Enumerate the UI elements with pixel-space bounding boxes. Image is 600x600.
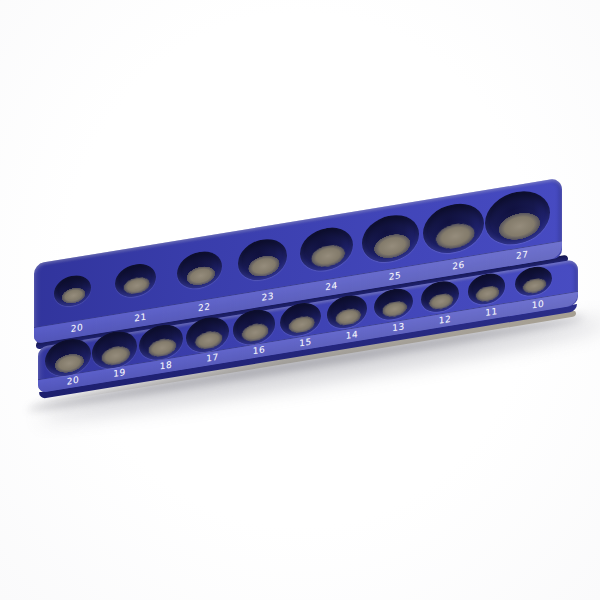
- socket-hole-back-27mm: [485, 187, 550, 250]
- size-label-back-23: 23: [253, 287, 283, 306]
- socket-hole-back-24mm: [300, 224, 353, 275]
- socket-hole-front-11mm: [468, 271, 506, 307]
- socket-hole-back-20mm: [54, 273, 91, 309]
- socket-hole-front-13mm: [374, 285, 414, 322]
- size-label-back-25: 25: [380, 266, 410, 285]
- size-label-back-21: 21: [126, 308, 156, 327]
- socket-hole-back-26mm: [423, 199, 484, 258]
- socket-hole-front-12mm: [421, 278, 460, 315]
- socket-hole-back-21mm: [115, 261, 156, 301]
- socket-hole-back-25mm: [362, 211, 419, 266]
- product-photo-background: 2021222324252627 2019181716151413121110: [0, 0, 600, 600]
- socket-hole-front-14mm: [327, 293, 368, 331]
- size-label-back-27: 27: [507, 246, 537, 265]
- socket-organizer-tray: 2021222324252627 2019181716151413121110: [34, 174, 582, 424]
- socket-hole-front-10mm: [515, 264, 552, 299]
- socket-hole-back-23mm: [238, 236, 287, 283]
- size-label-back-24: 24: [316, 277, 346, 296]
- size-label-back-26: 26: [444, 256, 474, 275]
- size-label-back-20: 20: [62, 319, 92, 338]
- size-label-back-22: 22: [189, 298, 219, 317]
- socket-hole-back-22mm: [177, 248, 222, 291]
